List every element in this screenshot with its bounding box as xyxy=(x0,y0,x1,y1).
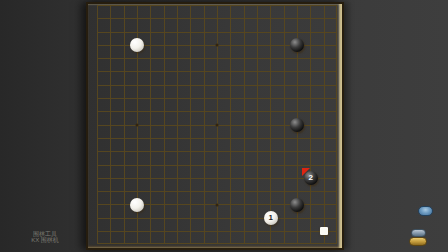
board-cell[interactable] xyxy=(164,98,177,111)
board-cell[interactable] xyxy=(110,85,123,98)
board-cell[interactable] xyxy=(97,98,110,111)
board-cell[interactable] xyxy=(164,58,177,71)
board-cell[interactable] xyxy=(244,178,257,191)
board-cell[interactable] xyxy=(97,71,110,84)
board-cell[interactable] xyxy=(244,98,257,111)
board-cell[interactable] xyxy=(217,85,230,98)
board-cell[interactable] xyxy=(270,165,283,178)
board-cell[interactable] xyxy=(310,71,323,84)
board-cell[interactable] xyxy=(190,165,203,178)
board-cell[interactable] xyxy=(230,111,243,124)
board-cell[interactable] xyxy=(324,138,337,151)
silver-badge-icon[interactable] xyxy=(411,229,426,237)
board-cell[interactable] xyxy=(177,125,190,138)
board-cell[interactable] xyxy=(110,125,123,138)
board-cell[interactable] xyxy=(230,165,243,178)
board-cell[interactable] xyxy=(150,125,163,138)
board-cell[interactable] xyxy=(177,98,190,111)
board-cell[interactable] xyxy=(150,138,163,151)
board-cell[interactable] xyxy=(190,151,203,164)
board-cell[interactable] xyxy=(110,204,123,217)
board-cell[interactable] xyxy=(230,85,243,98)
board-cell[interactable] xyxy=(97,165,110,178)
board-cell[interactable] xyxy=(257,165,270,178)
board-cell[interactable] xyxy=(324,45,337,58)
board-cell[interactable] xyxy=(284,18,297,31)
board-cell[interactable] xyxy=(270,111,283,124)
board-cell[interactable] xyxy=(204,231,217,244)
board-cell[interactable] xyxy=(217,125,230,138)
board-cell[interactable] xyxy=(297,218,310,231)
board-cell[interactable] xyxy=(204,165,217,178)
board-cell[interactable] xyxy=(124,218,137,231)
black-stone xyxy=(290,38,304,52)
board-cell[interactable] xyxy=(150,178,163,191)
board-cell[interactable] xyxy=(204,5,217,18)
board-cell[interactable] xyxy=(177,165,190,178)
board-cell[interactable] xyxy=(230,71,243,84)
board-cell[interactable] xyxy=(164,45,177,58)
board-cell[interactable] xyxy=(204,45,217,58)
board-cell[interactable] xyxy=(110,45,123,58)
hoshi-point xyxy=(216,203,219,206)
board-cell[interactable] xyxy=(244,191,257,204)
board-cell[interactable] xyxy=(177,5,190,18)
board-cell[interactable] xyxy=(324,98,337,111)
board-cell[interactable] xyxy=(204,85,217,98)
board-cell[interactable] xyxy=(270,58,283,71)
board-cell[interactable] xyxy=(310,138,323,151)
board-cell[interactable] xyxy=(310,32,323,45)
board-cell[interactable] xyxy=(230,191,243,204)
board-cell[interactable] xyxy=(137,218,150,231)
board-cell[interactable] xyxy=(230,125,243,138)
board-cell[interactable] xyxy=(150,85,163,98)
board-cell[interactable] xyxy=(97,151,110,164)
board-cell[interactable] xyxy=(110,151,123,164)
board-cell[interactable] xyxy=(190,71,203,84)
board-cell[interactable] xyxy=(244,204,257,217)
board-cell[interactable] xyxy=(150,231,163,244)
board-cell[interactable] xyxy=(97,32,110,45)
board-cell[interactable] xyxy=(150,191,163,204)
board-cell[interactable] xyxy=(230,58,243,71)
board-cell[interactable] xyxy=(150,58,163,71)
board-cell[interactable] xyxy=(177,191,190,204)
board-cell[interactable] xyxy=(324,32,337,45)
board-cell[interactable] xyxy=(190,138,203,151)
board-cell[interactable] xyxy=(150,218,163,231)
board-cell[interactable] xyxy=(284,71,297,84)
board-cell[interactable] xyxy=(310,151,323,164)
board-cell[interactable] xyxy=(137,151,150,164)
board-cell[interactable] xyxy=(284,231,297,244)
board-cell[interactable] xyxy=(284,151,297,164)
board-cell[interactable] xyxy=(204,218,217,231)
board-cell[interactable] xyxy=(257,18,270,31)
board-cell[interactable] xyxy=(297,5,310,18)
board-cell[interactable] xyxy=(257,138,270,151)
board-cell[interactable] xyxy=(150,111,163,124)
board-cell[interactable] xyxy=(164,71,177,84)
board-cell[interactable] xyxy=(257,58,270,71)
board-cell[interactable] xyxy=(137,165,150,178)
board-cell[interactable] xyxy=(177,111,190,124)
board-cell[interactable] xyxy=(284,85,297,98)
board-cell[interactable] xyxy=(137,58,150,71)
board-cell[interactable] xyxy=(124,5,137,18)
board-cell[interactable] xyxy=(97,45,110,58)
board-cell[interactable] xyxy=(177,71,190,84)
board-cell[interactable] xyxy=(324,18,337,31)
board-cell[interactable] xyxy=(124,125,137,138)
board-cell[interactable] xyxy=(244,18,257,31)
board-cell[interactable] xyxy=(164,125,177,138)
board-cell[interactable] xyxy=(270,138,283,151)
board-cell[interactable] xyxy=(164,85,177,98)
board-cell[interactable] xyxy=(97,204,110,217)
board-cell[interactable] xyxy=(270,125,283,138)
board-cell[interactable] xyxy=(297,58,310,71)
board-cell[interactable] xyxy=(217,5,230,18)
board-cell[interactable] xyxy=(297,231,310,244)
board-cell[interactable] xyxy=(124,165,137,178)
board-cell[interactable] xyxy=(190,204,203,217)
board-cell[interactable] xyxy=(230,98,243,111)
board-cell[interactable] xyxy=(204,58,217,71)
board-cell[interactable] xyxy=(204,71,217,84)
board-cell[interactable] xyxy=(97,138,110,151)
board-cell[interactable] xyxy=(324,71,337,84)
board-cell[interactable] xyxy=(217,191,230,204)
board-cell[interactable] xyxy=(310,85,323,98)
board-cell[interactable] xyxy=(164,5,177,18)
board-cell[interactable] xyxy=(177,32,190,45)
board-cell[interactable] xyxy=(257,5,270,18)
board-cell[interactable] xyxy=(97,5,110,18)
board-cell[interactable] xyxy=(270,178,283,191)
board-cell[interactable] xyxy=(110,32,123,45)
board-cell[interactable] xyxy=(244,151,257,164)
board-cell[interactable] xyxy=(124,151,137,164)
board-cell[interactable] xyxy=(204,125,217,138)
board-cell[interactable] xyxy=(190,45,203,58)
white-stone: 1 xyxy=(264,211,278,225)
board-cell[interactable] xyxy=(257,111,270,124)
board-cell[interactable] xyxy=(217,178,230,191)
board-cell[interactable] xyxy=(177,58,190,71)
board-cell[interactable] xyxy=(284,98,297,111)
board-cell[interactable] xyxy=(137,138,150,151)
board-cell[interactable] xyxy=(97,85,110,98)
board-cell[interactable] xyxy=(270,85,283,98)
board-cell[interactable] xyxy=(190,218,203,231)
board-cell[interactable] xyxy=(217,165,230,178)
board-cell[interactable] xyxy=(164,218,177,231)
board-cell[interactable] xyxy=(204,111,217,124)
board-cell[interactable] xyxy=(230,231,243,244)
board-cell[interactable] xyxy=(190,5,203,18)
board-cell[interactable] xyxy=(164,204,177,217)
board-cell[interactable] xyxy=(310,5,323,18)
board-cell[interactable] xyxy=(190,18,203,31)
board-cell[interactable] xyxy=(270,5,283,18)
board-cell[interactable] xyxy=(97,231,110,244)
board-cell[interactable] xyxy=(284,218,297,231)
board-cell[interactable] xyxy=(217,18,230,31)
board-cell[interactable] xyxy=(97,191,110,204)
board-cell[interactable] xyxy=(310,125,323,138)
board-cell[interactable] xyxy=(164,151,177,164)
board-cell[interactable] xyxy=(164,111,177,124)
board-cell[interactable] xyxy=(324,125,337,138)
board-cell[interactable] xyxy=(230,204,243,217)
board-cell[interactable] xyxy=(164,165,177,178)
board-cell[interactable] xyxy=(257,125,270,138)
board-cell[interactable] xyxy=(124,98,137,111)
board-cell[interactable] xyxy=(230,18,243,31)
board-cell[interactable] xyxy=(110,71,123,84)
board-cell[interactable] xyxy=(110,138,123,151)
board-cell[interactable] xyxy=(204,178,217,191)
board-cell[interactable] xyxy=(164,178,177,191)
board-cell[interactable] xyxy=(164,231,177,244)
board-cell[interactable] xyxy=(270,231,283,244)
board-cell[interactable] xyxy=(217,218,230,231)
board-cell[interactable] xyxy=(310,111,323,124)
board-cell[interactable] xyxy=(137,71,150,84)
board-cell[interactable] xyxy=(297,18,310,31)
board-cell[interactable] xyxy=(270,151,283,164)
board-cell[interactable] xyxy=(217,32,230,45)
board-cell[interactable] xyxy=(190,85,203,98)
board-cell[interactable] xyxy=(150,165,163,178)
board-cell[interactable] xyxy=(150,32,163,45)
board-cell[interactable] xyxy=(150,5,163,18)
board-cell[interactable] xyxy=(257,45,270,58)
board-cell[interactable] xyxy=(257,71,270,84)
board-cell[interactable] xyxy=(137,231,150,244)
board-cell[interactable] xyxy=(257,151,270,164)
board-cell[interactable] xyxy=(310,18,323,31)
board-cell[interactable] xyxy=(217,58,230,71)
go-board[interactable]: 21 xyxy=(86,2,344,250)
board-cell[interactable] xyxy=(204,191,217,204)
board-cell[interactable] xyxy=(244,111,257,124)
board-cell[interactable] xyxy=(137,111,150,124)
board-cell[interactable] xyxy=(324,204,337,217)
board-cell[interactable] xyxy=(124,18,137,31)
board-cell[interactable] xyxy=(244,71,257,84)
board-cell[interactable] xyxy=(217,111,230,124)
board-cell[interactable] xyxy=(217,151,230,164)
board-cell[interactable] xyxy=(244,32,257,45)
board-cell[interactable] xyxy=(297,151,310,164)
board-cell[interactable] xyxy=(97,58,110,71)
board-cell[interactable] xyxy=(230,45,243,58)
board-cell[interactable] xyxy=(244,45,257,58)
board-cell[interactable] xyxy=(110,5,123,18)
board-cell[interactable] xyxy=(230,32,243,45)
board-cell[interactable] xyxy=(190,32,203,45)
board-cell[interactable] xyxy=(244,138,257,151)
board-cell[interactable] xyxy=(270,191,283,204)
board-cell[interactable] xyxy=(310,191,323,204)
board-cell[interactable] xyxy=(124,58,137,71)
board-cell[interactable] xyxy=(284,165,297,178)
board-cell[interactable] xyxy=(324,151,337,164)
board-cell[interactable] xyxy=(270,45,283,58)
board-cell[interactable] xyxy=(324,165,337,178)
board-cell[interactable] xyxy=(230,5,243,18)
board-cell[interactable] xyxy=(310,204,323,217)
board-cell[interactable] xyxy=(244,218,257,231)
board-cell[interactable] xyxy=(324,85,337,98)
board-cell[interactable] xyxy=(110,111,123,124)
board-cell[interactable] xyxy=(177,138,190,151)
board-cell[interactable] xyxy=(297,71,310,84)
board-cell[interactable] xyxy=(97,111,110,124)
board-cell[interactable] xyxy=(124,231,137,244)
board-cell[interactable] xyxy=(110,98,123,111)
board-cell[interactable] xyxy=(257,231,270,244)
board-cell[interactable] xyxy=(217,98,230,111)
board-cell[interactable] xyxy=(124,111,137,124)
board-cell[interactable] xyxy=(110,191,123,204)
board-cell[interactable] xyxy=(257,85,270,98)
board-cell[interactable] xyxy=(284,178,297,191)
board-cell[interactable] xyxy=(324,178,337,191)
board-cell[interactable] xyxy=(164,32,177,45)
board-cell[interactable] xyxy=(244,85,257,98)
board-cell[interactable] xyxy=(204,18,217,31)
board-cell[interactable] xyxy=(97,218,110,231)
board-cell[interactable] xyxy=(164,138,177,151)
board-cell[interactable] xyxy=(257,178,270,191)
board-cell[interactable] xyxy=(177,85,190,98)
board-cell[interactable] xyxy=(310,45,323,58)
board-cell[interactable] xyxy=(164,18,177,31)
board-cell[interactable] xyxy=(257,32,270,45)
board-cell[interactable] xyxy=(190,111,203,124)
board-cell[interactable] xyxy=(177,231,190,244)
board-cell[interactable] xyxy=(270,71,283,84)
board-cell[interactable] xyxy=(297,85,310,98)
board-cell[interactable] xyxy=(284,58,297,71)
board-cell[interactable] xyxy=(110,218,123,231)
board-cell[interactable] xyxy=(324,111,337,124)
board-cell[interactable] xyxy=(124,138,137,151)
board-cell[interactable] xyxy=(284,5,297,18)
board-cell[interactable] xyxy=(244,58,257,71)
board-cell[interactable] xyxy=(190,125,203,138)
board-cell[interactable] xyxy=(204,32,217,45)
board-cell[interactable] xyxy=(164,191,177,204)
board-cell[interactable] xyxy=(190,98,203,111)
board-cell[interactable] xyxy=(177,178,190,191)
board-cell[interactable] xyxy=(244,231,257,244)
board-cell[interactable] xyxy=(204,151,217,164)
board-cell[interactable] xyxy=(110,58,123,71)
board-cell[interactable] xyxy=(150,151,163,164)
board-cell[interactable] xyxy=(150,204,163,217)
board-cell[interactable] xyxy=(204,204,217,217)
board-cell[interactable] xyxy=(217,71,230,84)
board-cell[interactable] xyxy=(217,231,230,244)
board-cell[interactable] xyxy=(244,165,257,178)
board-cell[interactable] xyxy=(270,98,283,111)
board-cell[interactable] xyxy=(177,151,190,164)
board-cell[interactable] xyxy=(244,5,257,18)
board-cell[interactable] xyxy=(190,178,203,191)
board-cell[interactable] xyxy=(190,191,203,204)
board-cell[interactable] xyxy=(177,204,190,217)
board-cell[interactable] xyxy=(284,138,297,151)
board-cell[interactable] xyxy=(204,138,217,151)
hoshi-point xyxy=(216,43,219,46)
board-cell[interactable] xyxy=(137,125,150,138)
board-cell[interactable] xyxy=(297,138,310,151)
board-cell[interactable] xyxy=(110,178,123,191)
board-cell[interactable] xyxy=(270,32,283,45)
board-cell[interactable] xyxy=(190,231,203,244)
board-cell[interactable] xyxy=(217,138,230,151)
board-cell[interactable] xyxy=(230,178,243,191)
board-cell[interactable] xyxy=(257,98,270,111)
board-cell[interactable] xyxy=(124,85,137,98)
board-cell[interactable] xyxy=(190,58,203,71)
board-cell[interactable] xyxy=(110,165,123,178)
board-cell[interactable] xyxy=(270,18,283,31)
board-cell[interactable] xyxy=(110,18,123,31)
board-cell[interactable] xyxy=(230,218,243,231)
board-cell[interactable] xyxy=(217,45,230,58)
board-cell[interactable] xyxy=(177,18,190,31)
board-cell[interactable] xyxy=(257,191,270,204)
board-cell[interactable] xyxy=(310,58,323,71)
board-cell[interactable] xyxy=(124,71,137,84)
gold-badge-icon[interactable] xyxy=(409,237,427,246)
board-cell[interactable] xyxy=(97,178,110,191)
board-cell[interactable] xyxy=(230,151,243,164)
board-cell[interactable] xyxy=(137,178,150,191)
board-cell[interactable] xyxy=(217,204,230,217)
board-cell[interactable] xyxy=(137,85,150,98)
board-cell[interactable] xyxy=(150,45,163,58)
board-cell[interactable] xyxy=(97,125,110,138)
board-cell[interactable] xyxy=(177,45,190,58)
board-cell[interactable] xyxy=(297,98,310,111)
board-cell[interactable] xyxy=(150,18,163,31)
board-cell[interactable] xyxy=(230,138,243,151)
board-cell[interactable] xyxy=(244,125,257,138)
board-cell[interactable] xyxy=(110,231,123,244)
board-cell[interactable] xyxy=(324,191,337,204)
blue-badge-icon[interactable] xyxy=(418,206,433,216)
board-cell[interactable] xyxy=(137,5,150,18)
board-cell[interactable] xyxy=(177,218,190,231)
board-cell[interactable] xyxy=(137,18,150,31)
board-cell[interactable] xyxy=(150,98,163,111)
board-cell[interactable] xyxy=(150,71,163,84)
board-cell[interactable] xyxy=(324,5,337,18)
board-cell[interactable] xyxy=(137,98,150,111)
board-cell[interactable] xyxy=(97,18,110,31)
board-cell[interactable] xyxy=(204,98,217,111)
board-cell[interactable] xyxy=(124,178,137,191)
board-cell[interactable] xyxy=(310,98,323,111)
board-cell[interactable] xyxy=(324,58,337,71)
